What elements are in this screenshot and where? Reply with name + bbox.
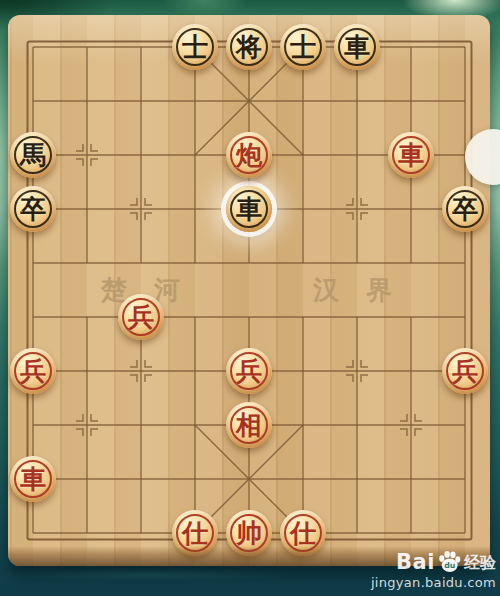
piece-black-horse[interactable]: 馬 <box>10 132 56 178</box>
xiangqi-board[interactable]: 楚 河 汉 界 士将士車馬卒車卒炮車兵兵兵兵相車仕帅仕 <box>8 15 490 566</box>
piece-black-soldier[interactable]: 卒 <box>10 186 56 232</box>
piece-glyph: 兵 <box>20 358 46 384</box>
piece-glyph: 兵 <box>452 358 478 384</box>
watermark-jingyan-text: 经验 <box>464 553 496 574</box>
piece-glyph: 車 <box>344 34 370 60</box>
piece-red-chariot[interactable]: 車 <box>388 132 434 178</box>
pieces-layer: 士将士車馬卒車卒炮車兵兵兵兵相車仕帅仕 <box>8 15 490 566</box>
piece-glyph: 士 <box>182 34 208 60</box>
piece-red-soldier[interactable]: 兵 <box>10 348 56 394</box>
piece-red-advisor[interactable]: 仕 <box>172 510 218 556</box>
piece-red-chariot[interactable]: 車 <box>10 456 56 502</box>
piece-red-advisor[interactable]: 仕 <box>280 510 326 556</box>
watermark-logo-row: Bai du 经验 <box>371 548 496 574</box>
piece-glyph: 兵 <box>236 358 262 384</box>
piece-glyph: 卒 <box>452 196 478 222</box>
piece-black-advisor[interactable]: 士 <box>172 24 218 70</box>
piece-black-chariot[interactable]: 車 <box>334 24 380 70</box>
piece-red-elephant[interactable]: 相 <box>226 402 272 448</box>
piece-glyph: 仕 <box>182 520 208 546</box>
piece-black-advisor[interactable]: 士 <box>280 24 326 70</box>
piece-red-general[interactable]: 帅 <box>226 510 272 556</box>
piece-glyph: 車 <box>236 196 262 222</box>
piece-black-soldier[interactable]: 卒 <box>442 186 488 232</box>
piece-red-soldier[interactable]: 兵 <box>226 348 272 394</box>
watermark-url: jingyan.baidu.com <box>371 575 496 590</box>
piece-glyph: 車 <box>398 142 424 168</box>
piece-glyph: 仕 <box>290 520 316 546</box>
piece-red-cannon[interactable]: 炮 <box>226 132 272 178</box>
watermark-baidu-text: Bai <box>396 550 435 574</box>
piece-black-chariot[interactable]: 車 <box>226 186 272 232</box>
game-scene: 楚 河 汉 界 士将士車馬卒車卒炮車兵兵兵兵相車仕帅仕 Bai du <box>0 0 500 596</box>
piece-glyph: 卒 <box>20 196 46 222</box>
piece-glyph: 士 <box>290 34 316 60</box>
piece-glyph: 将 <box>236 34 262 60</box>
paw-du-label: du <box>444 561 455 570</box>
piece-glyph: 炮 <box>236 142 262 168</box>
piece-glyph: 馬 <box>20 142 46 168</box>
baidu-paw-icon: du <box>437 549 462 574</box>
piece-glyph: 車 <box>20 466 46 492</box>
piece-red-soldier[interactable]: 兵 <box>118 294 164 340</box>
piece-red-soldier[interactable]: 兵 <box>442 348 488 394</box>
piece-glyph: 相 <box>236 412 262 438</box>
piece-glyph: 兵 <box>128 304 154 330</box>
piece-glyph: 帅 <box>236 520 262 546</box>
baidu-jingyan-watermark: Bai du 经验 jingyan.baidu.com <box>371 548 496 590</box>
piece-black-general[interactable]: 将 <box>226 24 272 70</box>
